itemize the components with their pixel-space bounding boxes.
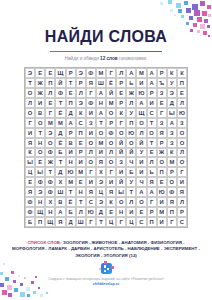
grid-cell-r14c11[interactable]: Л: [126, 197, 136, 207]
grid-cell-r3c13[interactable]: Р: [147, 88, 157, 98]
grid-cell-r16c6[interactable]: Ш: [76, 217, 86, 227]
grid-cell-r7c11[interactable]: Ю: [126, 128, 136, 138]
grid-cell-r8c13[interactable]: Т: [147, 138, 157, 148]
mosaic-square: [2, 290, 7, 295]
grid-cell-r4c2[interactable]: И: [35, 98, 45, 108]
grid-cell-r6c12[interactable]: О: [136, 118, 146, 128]
grid-cell-r5c2[interactable]: В: [35, 108, 45, 118]
grid-cell-r16c10[interactable]: Г: [116, 217, 126, 227]
grid-cell-r14c10[interactable]: О: [116, 197, 126, 207]
mosaic-square: [33, 291, 36, 294]
grid-cell-r13c15[interactable]: Ф: [167, 187, 177, 197]
grid-cell-r12c13[interactable]: Я: [147, 177, 157, 187]
grid-cell-r1c16[interactable]: К: [177, 68, 187, 78]
grid-cell-r11c15[interactable]: Р: [167, 167, 177, 177]
grid-cell-r2c1[interactable]: Т: [25, 78, 35, 88]
grid-cell-r9c14[interactable]: Ж: [157, 148, 167, 158]
grid-cell-r6c4[interactable]: М: [55, 118, 65, 128]
grid-cell-r12c14[interactable]: Е: [157, 177, 167, 187]
grid-cell-r1c6[interactable]: Э: [76, 68, 86, 78]
grid-cell-r7c14[interactable]: Я: [157, 128, 167, 138]
grid-cell-r14c6[interactable]: Т: [76, 197, 86, 207]
grid-cell-r7c5[interactable]: Р: [66, 128, 76, 138]
grid-cell-r13c2[interactable]: Э: [35, 187, 45, 197]
grid-cell-r4c14[interactable]: Е: [157, 98, 167, 108]
grid-cell-r10c6[interactable]: И: [76, 157, 86, 167]
grid-cell-r10c11[interactable]: Ч: [126, 157, 136, 167]
grid-cell-r14c13[interactable]: Г: [147, 197, 157, 207]
grid-cell-r9c3[interactable]: Ф: [45, 148, 55, 158]
mosaic-square: [46, 292, 48, 294]
grid-cell-r7c1[interactable]: И: [25, 128, 35, 138]
grid-cell-r6c14[interactable]: З: [157, 118, 167, 128]
grid-cell-r9c5[interactable]: И: [66, 148, 76, 158]
grid-cell-r9c13[interactable]: Е: [147, 148, 157, 158]
grid-cell-r16c11[interactable]: Ц: [126, 217, 136, 227]
grid-cell-r16c7[interactable]: Г: [86, 217, 96, 227]
grid-cell-r14c2[interactable]: Н: [35, 197, 45, 207]
mosaic-square: [181, 15, 184, 18]
grid-cell-r2c6[interactable]: Р: [76, 78, 86, 88]
grid-cell-r4c5[interactable]: П: [66, 98, 76, 108]
grid-cell-r11c1[interactable]: Ц: [25, 167, 35, 177]
grid-cell-r8c7[interactable]: О: [86, 138, 96, 148]
grid-cell-r14c7[interactable]: С: [86, 197, 96, 207]
grid-cell-r1c9[interactable]: Г: [106, 68, 116, 78]
mosaic-square: [40, 294, 43, 297]
grid-cell-r8c4[interactable]: Ё: [55, 138, 65, 148]
logo-pixel: [104, 270, 106, 272]
grid-cell-r4c4[interactable]: Т: [55, 98, 65, 108]
grid-cell-r14c5[interactable]: Ё: [66, 197, 76, 207]
grid-cell-r1c15[interactable]: К: [167, 68, 177, 78]
grid-cell-r7c16[interactable]: О: [177, 128, 187, 138]
grid-cell-r5c16[interactable]: Ю: [177, 108, 187, 118]
grid-cell-r16c3[interactable]: Щ: [45, 217, 55, 227]
grid-cell-r11c5[interactable]: Ю: [66, 167, 76, 177]
worksheet-page: НАЙДИ СЛОВА Найди и обведи 12 слов голов…: [0, 0, 212, 300]
grid-cell-r8c14[interactable]: Р: [157, 138, 167, 148]
mosaic-square: [174, 14, 176, 16]
grid-cell-r5c14[interactable]: Г: [157, 108, 167, 118]
grid-cell-r2c2[interactable]: Ж: [35, 78, 45, 88]
logo-pixel: [107, 268, 109, 270]
grid-cell-r13c11[interactable]: Т: [126, 187, 136, 197]
word-list-line-3: ЭКОЛОГИЯ - ЭТОЛОГИЯ (12): [8, 253, 204, 259]
grid-cell-r16c16[interactable]: С: [177, 217, 187, 227]
grid-cell-r10c9[interactable]: О: [106, 157, 116, 167]
grid-cell-r1c13[interactable]: А: [147, 68, 157, 78]
grid-cell-r12c1[interactable]: Е: [25, 177, 35, 187]
grid-cell-r4c3[interactable]: Е: [45, 98, 55, 108]
grid-cell-r3c11[interactable]: Ж: [126, 88, 136, 98]
grid-cell-r16c8[interactable]: Т: [96, 217, 106, 227]
grid-cell-r5c11[interactable]: У: [126, 108, 136, 118]
grid-cell-r1c3[interactable]: Е: [45, 68, 55, 78]
grid-cell-r10c14[interactable]: О: [157, 157, 167, 167]
grid-cell-r6c9[interactable]: Р: [106, 118, 116, 128]
grid-cell-r12c15[interactable]: О: [167, 177, 177, 187]
grid-cell-r3c6[interactable]: Л: [76, 88, 86, 98]
grid-cell-r7c7[interactable]: И: [86, 128, 96, 138]
grid-cell-r4c15[interactable]: Д: [167, 98, 177, 108]
grid-cell-r3c12[interactable]: Ю: [136, 88, 146, 98]
grid-cell-r8c9[interactable]: О: [106, 138, 116, 148]
grid-cell-r10c2[interactable]: Е: [35, 157, 45, 167]
grid-cell-r8c10[interactable]: Й: [116, 138, 126, 148]
grid-cell-r11c11[interactable]: Б: [126, 167, 136, 177]
mosaic-square: [11, 271, 14, 274]
grid-cell-r3c8[interactable]: А: [96, 88, 106, 98]
grid-cell-r6c7[interactable]: З: [86, 118, 96, 128]
mosaic-square: [38, 287, 40, 289]
grid-cell-r13c3[interactable]: Ф: [45, 187, 55, 197]
grid-cell-r6c16[interactable]: З: [177, 118, 187, 128]
grid-cell-r11c13[interactable]: Ь: [147, 167, 157, 177]
mosaic-square: [176, 3, 181, 8]
grid-cell-r3c3[interactable]: Л: [45, 88, 55, 98]
grid-cell-r6c2[interactable]: О: [35, 118, 45, 128]
grid-cell-r11c6[interactable]: М: [76, 167, 86, 177]
grid-cell-r9c9[interactable]: Л: [106, 148, 116, 158]
grid-cell-r13c8[interactable]: Ц: [96, 187, 106, 197]
grid-cell-r1c11[interactable]: А: [126, 68, 136, 78]
grid-cell-r15c7[interactable]: Ю: [86, 207, 96, 217]
grid-cell-r2c9[interactable]: Ё: [106, 78, 116, 88]
grid-cell-r11c7[interactable]: Г: [86, 167, 96, 177]
grid-cell-r9c11[interactable]: Й: [126, 148, 136, 158]
grid-cell-r6c3[interactable]: М: [45, 118, 55, 128]
grid-cell-r5c4[interactable]: Ё: [55, 108, 65, 118]
logo-pixel: [104, 261, 107, 264]
grid-cell-r7c2[interactable]: Т: [35, 128, 45, 138]
grid-cell-r15c10[interactable]: Н: [116, 207, 126, 217]
grid-cell-r8c1[interactable]: Я: [25, 138, 35, 148]
grid-cell-r1c8[interactable]: М: [96, 68, 106, 78]
grid-cell-r11c16[interactable]: Г: [177, 167, 187, 177]
grid-cell-r3c15[interactable]: Э: [167, 88, 177, 98]
grid-cell-r12c3[interactable]: Ф: [45, 177, 55, 187]
grid-cell-r10c10[interactable]: З: [116, 157, 126, 167]
grid-cell-r12c5[interactable]: М: [66, 177, 76, 187]
grid-cell-r12c4[interactable]: Х: [55, 177, 65, 187]
mosaic-square: [193, 23, 197, 27]
grid-cell-r7c4[interactable]: Д: [55, 128, 65, 138]
grid-cell-r8c6[interactable]: Е: [76, 138, 86, 148]
grid-cell-r10c13[interactable]: Л: [147, 157, 157, 167]
grid-cell-r8c11[interactable]: О: [126, 138, 136, 148]
grid-cell-r14c16[interactable]: Л: [177, 197, 187, 207]
grid-cell-r2c14[interactable]: Ъ: [157, 78, 167, 88]
grid-cell-r10c7[interactable]: О: [86, 157, 96, 167]
grid-cell-r4c12[interactable]: А: [136, 98, 146, 108]
grid-cell-r3c2[interactable]: Ж: [35, 88, 45, 98]
grid-cell-r8c2[interactable]: Н: [35, 138, 45, 148]
grid-cell-r6c15[interactable]: А: [167, 118, 177, 128]
grid-cell-r11c10[interactable]: И: [116, 167, 126, 177]
grid-cell-r1c1[interactable]: Э: [25, 68, 35, 78]
grid-cell-r16c9[interactable]: Ц: [106, 217, 116, 227]
grid-cell-r9c12[interactable]: У: [136, 148, 146, 158]
grid-cell-r10c5[interactable]: Н: [66, 157, 76, 167]
footer-credit: Создано с помощью генератора заданий на …: [0, 277, 212, 281]
mosaic-square: [204, 19, 208, 23]
grid-cell-r13c7[interactable]: Я: [86, 187, 96, 197]
grid-cell-r7c10[interactable]: О: [116, 128, 126, 138]
grid-cell-r7c8[interactable]: О: [96, 128, 106, 138]
grid-cell-r13c4[interactable]: Ш: [55, 187, 65, 197]
grid-cell-r15c15[interactable]: П: [167, 207, 177, 217]
grid-cell-r15c6[interactable]: Л: [76, 207, 86, 217]
grid-cell-r9c15[interactable]: К: [167, 148, 177, 158]
grid-cell-r12c6[interactable]: Е: [76, 177, 86, 187]
grid-cell-r12c10[interactable]: Й: [116, 177, 126, 187]
grid-cell-r1c12[interactable]: М: [136, 68, 146, 78]
grid-cell-r16c5[interactable]: Д: [66, 217, 76, 227]
grid-cell-r8c12[interactable]: Й: [136, 138, 146, 148]
grid-cell-r1c14[interactable]: Р: [157, 68, 167, 78]
mosaic-square: [0, 272, 3, 275]
grid-cell-r2c4[interactable]: Й: [55, 78, 65, 88]
grid-cell-r14c9[interactable]: К: [106, 197, 116, 207]
grid-cell-r8c16[interactable]: О: [177, 138, 187, 148]
grid-cell-r9c2[interactable]: О: [35, 148, 45, 158]
logo-pixel: [111, 266, 114, 269]
grid-cell-r15c8[interactable]: Д: [96, 207, 106, 217]
grid-cell-r6c11[interactable]: П: [126, 118, 136, 128]
grid-cell-r15c3[interactable]: Н: [45, 207, 55, 217]
grid-cell-r5c7[interactable]: И: [86, 108, 96, 118]
grid-cell-r15c14[interactable]: М: [157, 207, 167, 217]
mosaic-square: [178, 9, 182, 13]
grid-cell-r14c8[interactable]: Э: [96, 197, 106, 207]
grid-cell-r15c13[interactable]: Р: [147, 207, 157, 217]
grid-cell-r5c8[interactable]: А: [96, 108, 106, 118]
grid-cell-r15c12[interactable]: Е: [136, 207, 146, 217]
instructions-word-count: 12 слов: [100, 56, 117, 61]
grid-cell-r1c5[interactable]: Р: [66, 68, 76, 78]
grid-cell-r11c2[interactable]: Ы: [35, 167, 45, 177]
grid-cell-r5c9[interactable]: О: [106, 108, 116, 118]
grid-cell-r12c8[interactable]: Э: [96, 177, 106, 187]
grid-cell-r16c2[interactable]: П: [35, 217, 45, 227]
grid-cell-r5c13[interactable]: С: [147, 108, 157, 118]
grid-cell-r1c2[interactable]: Е: [35, 68, 45, 78]
mosaic-square: [208, 14, 211, 17]
grid-cell-r7c15[interactable]: З: [167, 128, 177, 138]
grid-cell-r9c16[interactable]: Л: [177, 148, 187, 158]
grid-cell-r16c4[interactable]: Я: [55, 217, 65, 227]
grid-cell-r1c7[interactable]: Ф: [86, 68, 96, 78]
grid-cell-r12c9[interactable]: И: [106, 177, 116, 187]
grid-cell-r3c5[interactable]: Е: [66, 88, 76, 98]
grid-cell-r13c10[interactable]: Ы: [116, 187, 126, 197]
grid-cell-r4c8[interactable]: Н: [96, 98, 106, 108]
grid-cell-r7c12[interactable]: Л: [136, 128, 146, 138]
grid-cell-r5c3[interactable]: Г: [45, 108, 55, 118]
grid-cell-r12c16[interactable]: И: [177, 177, 187, 187]
grid-cell-r14c4[interactable]: В: [55, 197, 65, 207]
grid-cell-r1c4[interactable]: Щ: [55, 68, 65, 78]
grid-cell-r15c11[interactable]: И: [126, 207, 136, 217]
grid-cell-r16c15[interactable]: Г: [167, 217, 177, 227]
grid-cell-r10c1[interactable]: Ы: [25, 157, 35, 167]
grid-cell-r16c14[interactable]: И: [157, 217, 167, 227]
grid-cell-r2c11[interactable]: Ь: [126, 78, 136, 88]
grid-cell-r15c9[interactable]: Е: [106, 207, 116, 217]
grid-cell-r13c12[interactable]: А: [136, 187, 146, 197]
grid-cell-r14c3[interactable]: Х: [45, 197, 55, 207]
grid-cell-r5c6[interactable]: К: [76, 108, 86, 118]
grid-cell-r11c8[interactable]: Х: [96, 167, 106, 177]
grid-cell-r5c12[interactable]: Щ: [136, 108, 146, 118]
grid-cell-r2c8[interactable]: Ш: [96, 78, 106, 88]
mosaic-square: [186, 22, 189, 25]
word-list-label: СПИСОК СЛОВ:: [27, 240, 61, 245]
instructions-prefix: Найди и обведи: [65, 56, 100, 61]
grid-cell-r6c5[interactable]: А: [66, 118, 76, 128]
grid-cell-r6c10[interactable]: Г: [116, 118, 126, 128]
grid-cell-r8c3[interactable]: О: [45, 138, 55, 148]
grid-cell-r4c11[interactable]: Л: [126, 98, 136, 108]
word-list: СПИСОК СЛОВ:ЗООЛОГИЯ - ЖИВОТНОЕ - АНАТОМ…: [8, 240, 204, 259]
grid-cell-r11c14[interactable]: П: [157, 167, 167, 177]
grid-cell-r11c3[interactable]: Т: [45, 167, 55, 177]
grid-cell-r12c12[interactable]: Ч: [136, 177, 146, 187]
mosaic-square: [168, 0, 172, 4]
grid-cell-r13c13[interactable]: А: [147, 187, 157, 197]
grid-cell-r8c5[interactable]: В: [66, 138, 76, 148]
instructions-suffix: головоломки.: [118, 56, 148, 61]
grid-cell-r7c9[interactable]: Ф: [106, 128, 116, 138]
logo-pixel: [99, 268, 101, 270]
grid-cell-r11c12[interactable]: И: [136, 167, 146, 177]
grid-cell-r9c4[interactable]: Б: [55, 148, 65, 158]
grid-cell-r1c10[interactable]: Л: [116, 68, 126, 78]
grid-cell-r2c15[interactable]: У: [167, 78, 177, 88]
mosaic-square: [26, 287, 30, 291]
grid-cell-r2c7[interactable]: Я: [86, 78, 96, 88]
grid-cell-r3c10[interactable]: Е: [116, 88, 126, 98]
grid-cell-r5c15[interactable]: Ы: [167, 108, 177, 118]
grid-cell-r15c1[interactable]: Ф: [25, 207, 35, 217]
grid-cell-r3c14[interactable]: З: [157, 88, 167, 98]
grid-cell-r7c6[interactable]: П: [76, 128, 86, 138]
grid-cell-r14c1[interactable]: Ф: [25, 197, 35, 207]
mosaic-square: [170, 9, 173, 12]
grid-cell-r6c8[interactable]: Т: [96, 118, 106, 128]
grid-cell-r13c5[interactable]: Т: [66, 187, 76, 197]
grid-cell-r11c9[interactable]: Г: [106, 167, 116, 177]
grid-cell-r2c10[interactable]: Р: [116, 78, 126, 88]
mosaic-square: [20, 292, 25, 297]
grid-cell-r6c13[interactable]: Т: [147, 118, 157, 128]
grid-cell-r12c7[interactable]: И: [86, 177, 96, 187]
mosaic-square: [184, 1, 188, 5]
mosaic-square: [3, 263, 5, 265]
grid-cell-r13c9[interactable]: Я: [106, 187, 116, 197]
grid-cell-r5c5[interactable]: Д: [66, 108, 76, 118]
grid-cell-r14c12[interactable]: О: [136, 197, 146, 207]
grid-cell-r11c4[interactable]: Д: [55, 167, 65, 177]
grid-cell-r3c1[interactable]: О: [25, 88, 35, 98]
grid-cell-r10c12[interactable]: И: [136, 157, 146, 167]
grid-cell-r2c12[interactable]: И: [136, 78, 146, 88]
footer-url[interactable]: childdevelop.ru: [0, 282, 212, 286]
grid-cell-r6c1[interactable]: Г: [25, 118, 35, 128]
childdevelop-logo: [99, 261, 113, 275]
grid-cell-r9c8[interactable]: И: [96, 148, 106, 158]
grid-cell-r15c2[interactable]: Щ: [35, 207, 45, 217]
grid-cell-r14c14[interactable]: И: [157, 197, 167, 207]
grid-cell-r9c1[interactable]: К: [25, 148, 35, 158]
grid-cell-r4c16[interactable]: Л: [177, 98, 187, 108]
instructions: Найди и обведи 12 слов головоломки.: [0, 56, 212, 61]
word-list-words-1: ЗООЛОГИЯ - ЖИВОТНОЕ - АНАТОМИЯ - ФИЗИОЛО…: [63, 240, 185, 245]
grid-cell-r4c10[interactable]: Р: [116, 98, 126, 108]
page-title: НАЙДИ СЛОВА: [0, 28, 212, 46]
grid-cell-r10c8[interactable]: Я: [96, 157, 106, 167]
grid-cell-r3c16[interactable]: Е: [177, 88, 187, 98]
grid-cell-r16c12[interactable]: С: [136, 217, 146, 227]
grid-cell-r5c1[interactable]: О: [25, 108, 35, 118]
grid-cell-r15c5[interactable]: Б: [66, 207, 76, 217]
grid-cell-r8c8[interactable]: М: [96, 138, 106, 148]
mosaic-square: [207, 5, 211, 9]
grid-cell-r9c10[interactable]: Й: [116, 148, 126, 158]
grid-cell-r4c1[interactable]: Л: [25, 98, 35, 108]
grid-cell-r13c16[interactable]: Я: [177, 187, 187, 197]
grid-cell-r7c13[interactable]: О: [147, 128, 157, 138]
word-list-line-2: МОРФОЛОГИЯ - ЛАМАРК - ДАРВИН - АРИСТОТЕЛ…: [8, 246, 204, 252]
grid-cell-r13c14[interactable]: Ю: [157, 187, 167, 197]
grid-cell-r3c4[interactable]: Ф: [55, 88, 65, 98]
mosaic-square: [197, 17, 202, 22]
grid-cell-r4c13[interactable]: И: [147, 98, 157, 108]
grid-cell-r15c16[interactable]: Р: [177, 207, 187, 217]
grid-cell-r4c7[interactable]: Ф: [86, 98, 96, 108]
grid-cell-r10c4[interactable]: Т: [55, 157, 65, 167]
grid-cell-r9c7[interactable]: Л: [86, 148, 96, 158]
grid-cell-r7c3[interactable]: Э: [45, 128, 55, 138]
grid-cell-r2c5[interactable]: Т: [66, 78, 76, 88]
grid-cell-r4c9[interactable]: М: [106, 98, 116, 108]
grid-cell-r13c1[interactable]: Я: [25, 187, 35, 197]
mosaic-square: [14, 288, 18, 292]
grid-cell-r2c16[interactable]: П: [177, 78, 187, 88]
grid-cell-r12c2[interactable]: Ф: [35, 177, 45, 187]
grid-cell-r8c15[interactable]: З: [167, 138, 177, 148]
grid-cell-r12c11[interactable]: У: [126, 177, 136, 187]
grid-cell-r13c6[interactable]: Н: [76, 187, 86, 197]
grid-cell-r16c13[interactable]: П: [147, 217, 157, 227]
grid-cell-r15c4[interactable]: А: [55, 207, 65, 217]
grid-cell-r10c16[interactable]: О: [177, 157, 187, 167]
grid-cell-r10c3[interactable]: Ж: [45, 157, 55, 167]
grid-cell-r5c10[interactable]: К: [116, 108, 126, 118]
grid-cell-r4c6[interactable]: Э: [76, 98, 86, 108]
grid-cell-r3c9[interactable]: Й: [106, 88, 116, 98]
grid-cell-r14c15[interactable]: Я: [167, 197, 177, 207]
grid-cell-r2c13[interactable]: А: [147, 78, 157, 88]
grid-cell-r6c6[interactable]: С: [76, 118, 86, 128]
grid-cell-r10c15[interactable]: М: [167, 157, 177, 167]
grid-cell-r9c6[interactable]: Р: [76, 148, 86, 158]
grid-cell-r3c7[interactable]: Г: [86, 88, 96, 98]
grid-cell-r16c1[interactable]: Б: [25, 217, 35, 227]
grid-cell-r2c3[interactable]: П: [45, 78, 55, 88]
mosaic-square: [192, 4, 198, 10]
